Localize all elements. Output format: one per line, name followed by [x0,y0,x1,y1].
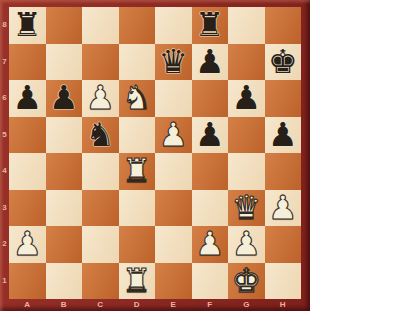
square-h7[interactable]: ♚ [265,44,302,81]
file-label-d: D [119,299,156,311]
white-pawn-f2[interactable]: ♟ [192,226,229,263]
black-pawn-g6[interactable]: ♟ [228,80,265,117]
square-a4[interactable] [9,153,46,190]
square-a6[interactable]: ♟ [9,80,46,117]
rank-label-4: 4 [0,153,9,190]
black-knight-c5[interactable]: ♞ [82,117,119,154]
square-b1[interactable] [46,263,83,300]
chess-board: ♜♜♛♟♚♟♟♟♞♟♞♟♟♟♜♛♟♟♟♟♜♚ 87654321 ABCDEFGH [0,0,310,311]
white-pawn-e5[interactable]: ♟ [155,117,192,154]
square-b2[interactable] [46,226,83,263]
white-rook-d4[interactable]: ♜ [119,153,156,190]
board-grid: ♜♜♛♟♚♟♟♟♞♟♞♟♟♟♜♛♟♟♟♟♜♚ [9,7,301,299]
square-d6[interactable]: ♞ [119,80,156,117]
square-d5[interactable] [119,117,156,154]
square-g8[interactable] [228,7,265,44]
square-f2[interactable]: ♟ [192,226,229,263]
square-a3[interactable] [9,190,46,227]
file-label-a: A [9,299,46,311]
square-g6[interactable]: ♟ [228,80,265,117]
white-pawn-a2[interactable]: ♟ [9,226,46,263]
square-h3[interactable]: ♟ [265,190,302,227]
file-label-e: E [155,299,192,311]
rank-label-5: 5 [0,117,9,154]
black-pawn-f5[interactable]: ♟ [192,117,229,154]
white-queen-g3[interactable]: ♛ [228,190,265,227]
square-c3[interactable] [82,190,119,227]
square-e6[interactable] [155,80,192,117]
square-d3[interactable] [119,190,156,227]
white-pawn-h3[interactable]: ♟ [265,190,302,227]
file-label-b: B [46,299,83,311]
square-a5[interactable] [9,117,46,154]
file-label-f: F [192,299,229,311]
square-a8[interactable]: ♜ [9,7,46,44]
black-pawn-b6[interactable]: ♟ [46,80,83,117]
white-pawn-g2[interactable]: ♟ [228,226,265,263]
black-pawn-f7[interactable]: ♟ [192,44,229,81]
square-g1[interactable]: ♚ [228,263,265,300]
square-f3[interactable] [192,190,229,227]
square-e2[interactable] [155,226,192,263]
square-c1[interactable] [82,263,119,300]
square-a2[interactable]: ♟ [9,226,46,263]
black-king-h7[interactable]: ♚ [265,44,302,81]
square-d7[interactable] [119,44,156,81]
square-h5[interactable]: ♟ [265,117,302,154]
square-d8[interactable] [119,7,156,44]
square-b4[interactable] [46,153,83,190]
square-c6[interactable]: ♟ [82,80,119,117]
square-b5[interactable] [46,117,83,154]
square-f6[interactable] [192,80,229,117]
square-d2[interactable] [119,226,156,263]
square-b8[interactable] [46,7,83,44]
black-rook-f8[interactable]: ♜ [192,7,229,44]
square-c4[interactable] [82,153,119,190]
square-f7[interactable]: ♟ [192,44,229,81]
square-h8[interactable] [265,7,302,44]
square-c5[interactable]: ♞ [82,117,119,154]
rank-label-6: 6 [0,80,9,117]
square-d4[interactable]: ♜ [119,153,156,190]
black-pawn-h5[interactable]: ♟ [265,117,302,154]
file-labels: ABCDEFGH [9,299,301,311]
square-e5[interactable]: ♟ [155,117,192,154]
square-b3[interactable] [46,190,83,227]
square-g3[interactable]: ♛ [228,190,265,227]
square-b7[interactable] [46,44,83,81]
square-e3[interactable] [155,190,192,227]
rank-labels: 87654321 [0,0,9,311]
square-e8[interactable] [155,7,192,44]
rank-label-1: 1 [0,263,9,300]
square-e7[interactable]: ♛ [155,44,192,81]
square-g7[interactable] [228,44,265,81]
square-f1[interactable] [192,263,229,300]
white-rook-d1[interactable]: ♜ [119,263,156,300]
rank-label-2: 2 [0,226,9,263]
page-background: ♜♜♛♟♚♟♟♟♞♟♞♟♟♟♜♛♟♟♟♟♜♚ 87654321 ABCDEFGH [0,0,414,311]
square-a1[interactable] [9,263,46,300]
square-c2[interactable] [82,226,119,263]
rank-label-7: 7 [0,44,9,81]
square-e4[interactable] [155,153,192,190]
square-b6[interactable]: ♟ [46,80,83,117]
black-queen-e7[interactable]: ♛ [155,44,192,81]
file-label-g: G [228,299,265,311]
square-c7[interactable] [82,44,119,81]
square-a7[interactable] [9,44,46,81]
rank-label-3: 3 [0,190,9,227]
square-h6[interactable] [265,80,302,117]
square-f8[interactable]: ♜ [192,7,229,44]
black-pawn-a6[interactable]: ♟ [9,80,46,117]
square-f4[interactable] [192,153,229,190]
file-label-c: C [82,299,119,311]
square-g2[interactable]: ♟ [228,226,265,263]
white-king-g1[interactable]: ♚ [228,263,265,300]
square-c8[interactable] [82,7,119,44]
white-pawn-c6[interactable]: ♟ [82,80,119,117]
square-g5[interactable] [228,117,265,154]
square-g4[interactable] [228,153,265,190]
black-rook-a8[interactable]: ♜ [9,7,46,44]
square-h1[interactable] [265,263,302,300]
white-knight-d6[interactable]: ♞ [119,80,156,117]
square-f5[interactable]: ♟ [192,117,229,154]
file-label-h: H [265,299,302,311]
square-h2[interactable] [265,226,302,263]
rank-label-8: 8 [0,7,9,44]
square-h4[interactable] [265,153,302,190]
square-d1[interactable]: ♜ [119,263,156,300]
square-e1[interactable] [155,263,192,300]
